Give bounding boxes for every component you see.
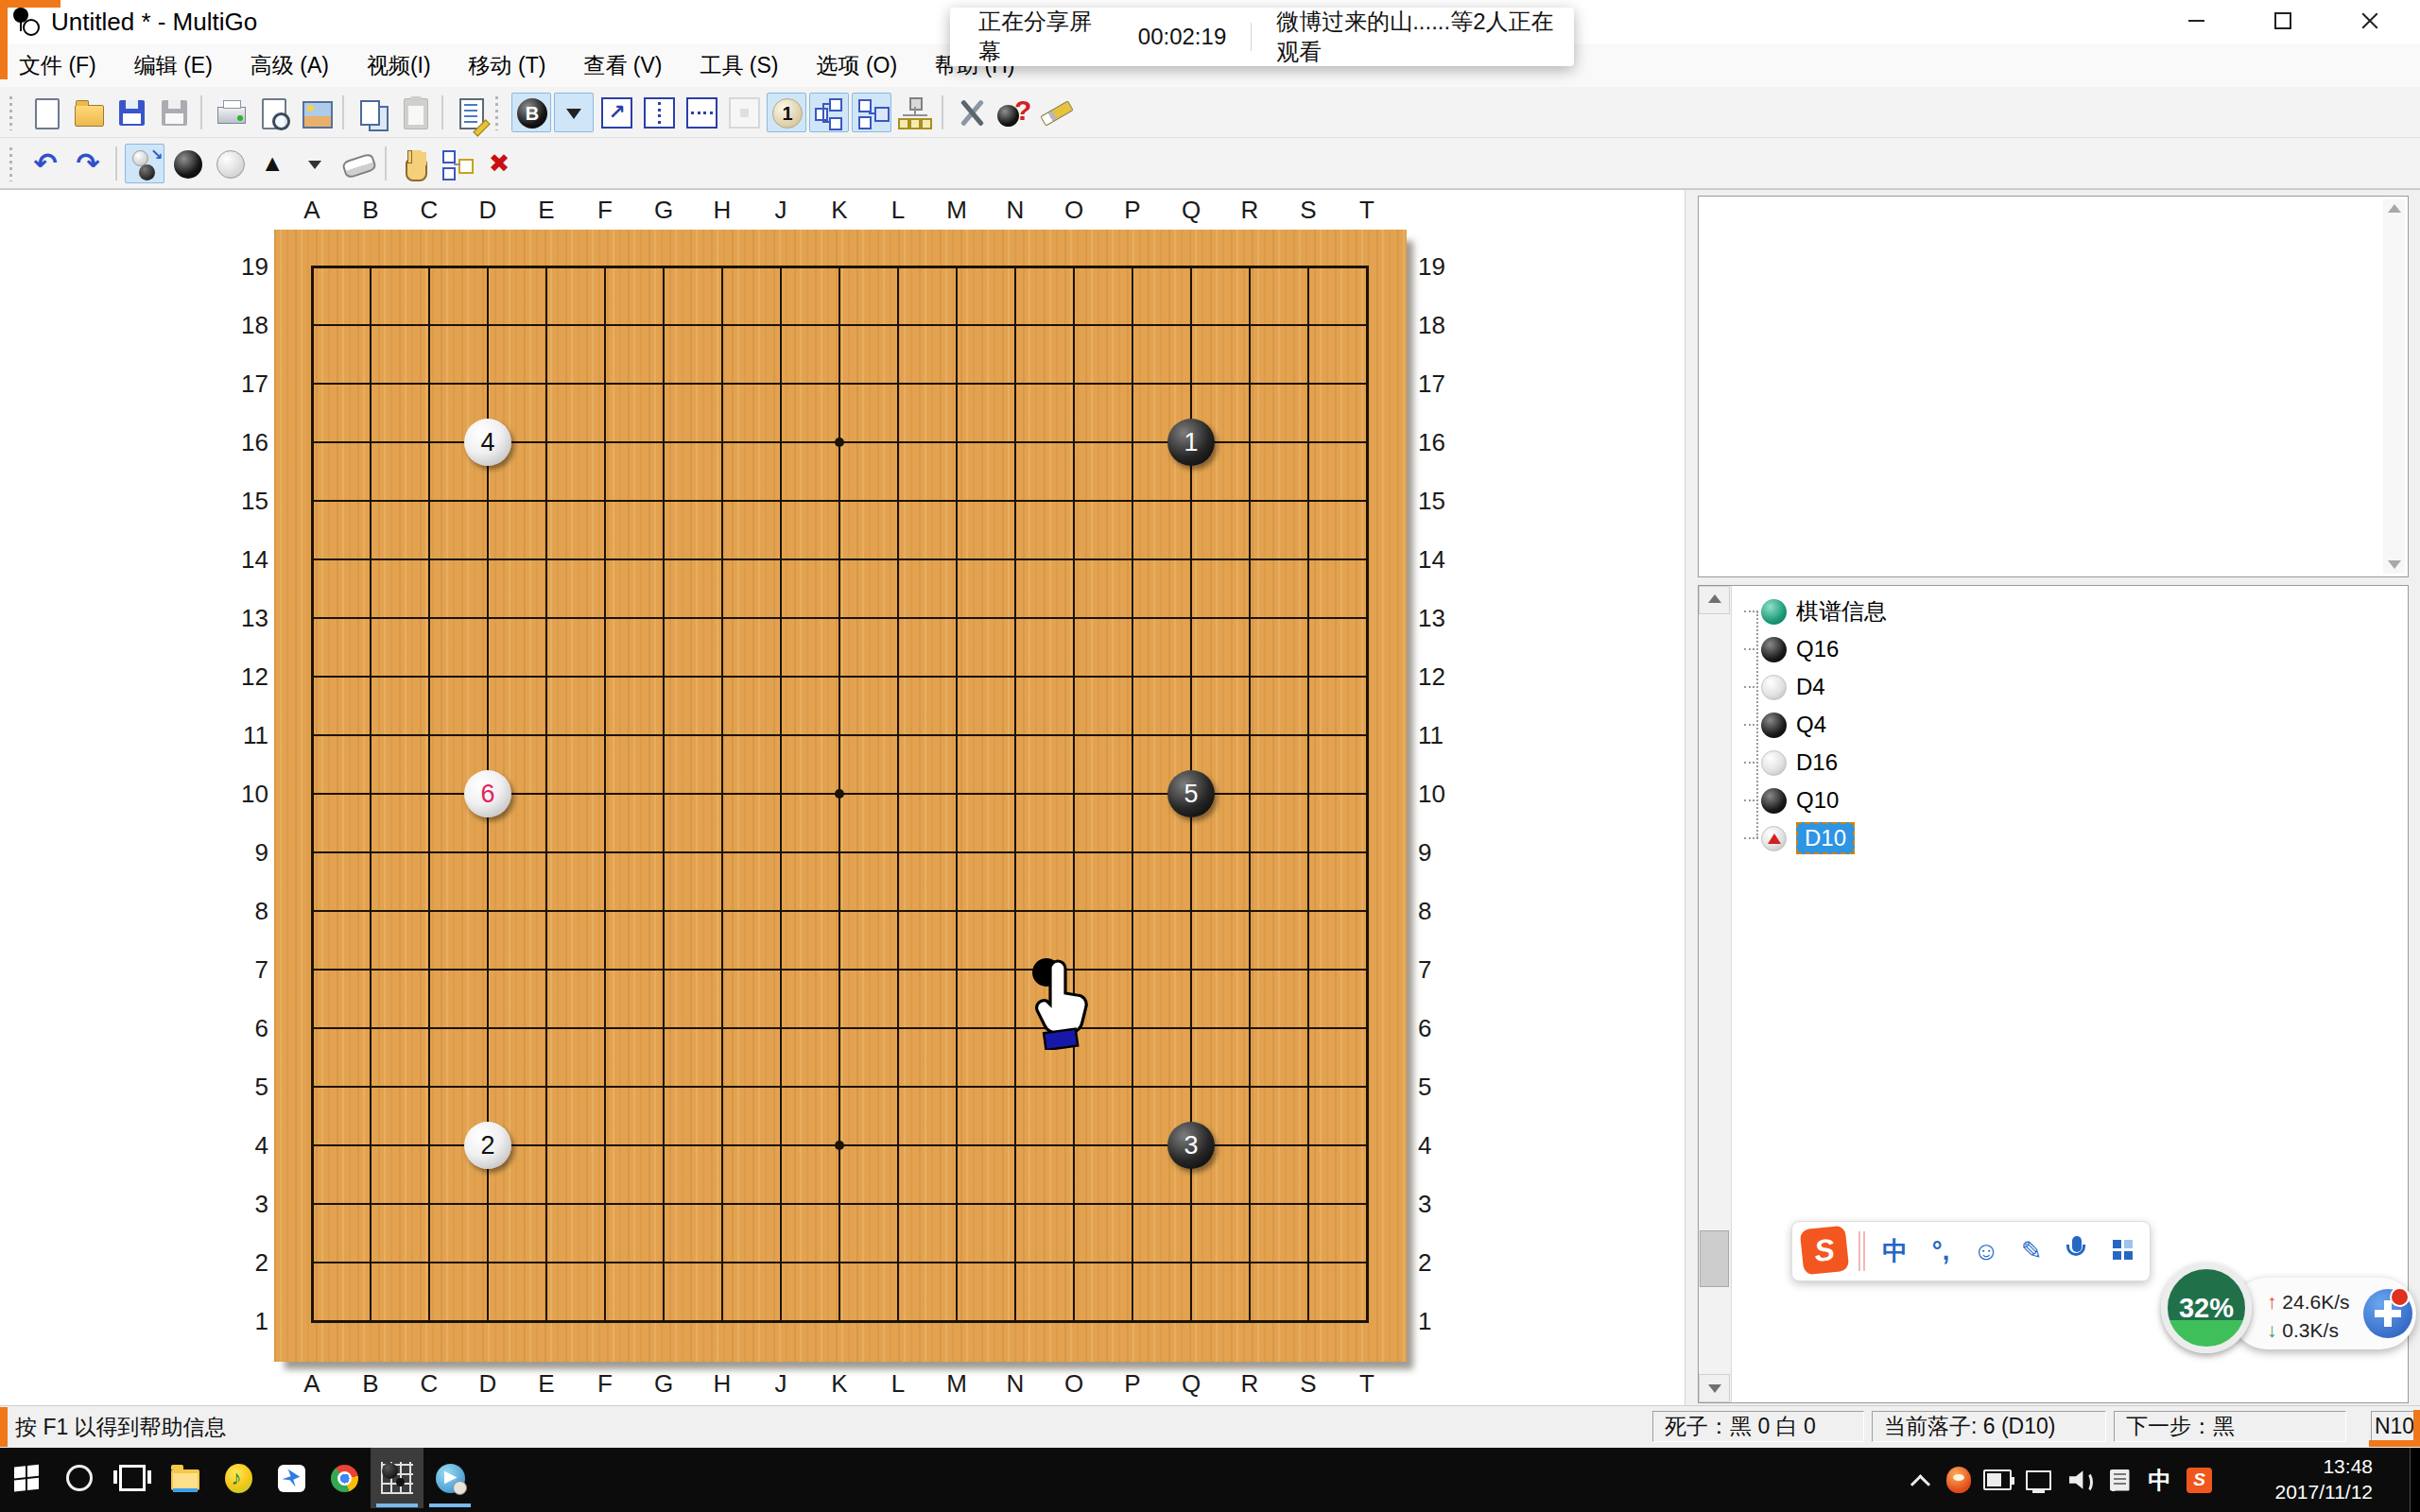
grid-line-h [311,1203,1369,1205]
coord-col-top: R [1231,194,1269,226]
coord-col-bottom: J [762,1367,800,1400]
coord-row-left: 11 [214,719,268,751]
share-frame-bottom-right [2369,1440,2420,1447]
tree-stub-icon [1744,610,1758,612]
mark-dropdown-button[interactable] [295,144,335,183]
taskbar-screen-share[interactable] [423,1448,476,1508]
play-color-dropdown-button[interactable] [554,93,594,132]
menu-advanced[interactable]: 高级 (A) [232,43,348,87]
toolbar-grip[interactable] [8,94,16,130]
toolbox-icon[interactable] [2104,1233,2140,1269]
coord-col-bottom: H [703,1367,741,1400]
delete-node-button[interactable]: ✖ [479,144,519,183]
screen: Untitled * - MultiGo 文件 (F)编辑 (E)高级 (A)视… [0,0,2420,1512]
coord-col-bottom: P [1114,1367,1151,1400]
toolbar-main: B↗1? [0,87,2420,138]
tree-stub-icon [1744,648,1758,650]
toolbar-separator [441,95,443,129]
coord-col-top: M [938,194,976,226]
copy-button[interactable] [352,93,391,132]
coord-row-right: 16 [1418,426,1473,458]
black-stone-icon [1761,713,1787,738]
coord-row-left: 18 [214,309,268,341]
coord-row-left: 13 [214,602,268,634]
menu-move[interactable]: 移动 (T) [450,43,565,87]
coord-col-bottom: D [469,1367,507,1400]
punctuation-icon[interactable]: °, [1923,1233,1959,1269]
place-white-stone-button[interactable] [210,144,250,183]
coord-col-bottom: E [527,1367,565,1400]
share-frame-right [2413,1410,2420,1447]
toolbar-grip[interactable] [8,146,16,181]
status-captures: 死子：黑 0 白 0 [1652,1411,1864,1442]
taskbar-clock[interactable]: 13:48 2017/11/12 [2221,1453,2373,1504]
show-desktop-button[interactable] [2410,1448,2420,1512]
black-stone-icon [1761,788,1787,814]
download-arrow-icon: ↓ [2267,1319,2277,1341]
coord-row-left: 1 [214,1305,268,1337]
sogou-input-bar: S 中°,☺✎ [1791,1221,2151,1281]
board-style-button[interactable] [1036,93,1076,132]
scroll-down-button[interactable] [1699,1374,1730,1402]
tree-node-label: Q4 [1796,712,1826,738]
coord-row-right: 7 [1418,954,1473,986]
battery-percent-badge[interactable]: 32% [2161,1263,2252,1353]
tree-node-Q16[interactable]: Q16 [1742,630,2406,668]
tree-node-D10[interactable]: D10 [1742,819,2406,857]
coord-row-left: 4 [214,1129,268,1161]
download-speed: ↓ 0.3K/s [2267,1319,2339,1342]
paste-button[interactable] [394,93,434,132]
black-to-play-button[interactable]: B [511,93,551,132]
show-game-tree-button[interactable] [809,93,849,132]
white-stone-icon [1761,675,1787,700]
toolbar-separator [342,95,344,129]
accelerator-icon[interactable] [2363,1289,2412,1338]
tree-node-label: D10 [1796,822,1855,854]
pan-board-button[interactable] [394,144,434,183]
game-info-button[interactable] [451,93,491,132]
coord-col-bottom: R [1231,1367,1269,1400]
handwriting-icon[interactable]: ✎ [2014,1233,2049,1269]
tree-scrollbar[interactable] [1699,586,1732,1402]
grid-line-v [956,266,958,1323]
coord-col-top: F [586,194,624,226]
coord-col-bottom: K [821,1367,858,1400]
clock-date: 2017/11/12 [2221,1479,2373,1504]
scroll-up-icon[interactable] [2388,204,2401,213]
new-file-button[interactable] [26,93,65,132]
coord-col-top: S [1289,194,1327,226]
emoji-icon[interactable]: ☺ [1968,1233,2004,1269]
coord-col-bottom: O [1055,1367,1093,1400]
minimize-button[interactable] [2165,0,2227,42]
tree-node-label: Q10 [1796,787,1839,814]
tree-stub-icon [1744,686,1758,688]
tools-button[interactable] [951,93,991,132]
splitter[interactable] [1685,190,1685,1406]
save-as-button[interactable] [153,93,193,132]
move-number: 4 [480,428,494,457]
grid-line-v [897,266,899,1323]
stone-D10[interactable]: 6 [464,770,511,817]
coord-row-right: 12 [1418,661,1473,693]
scroll-up-button[interactable] [1699,586,1730,614]
window-title: Untitled * - MultiGo [51,0,257,43]
upload-speed: ↑ 24.6K/s [2267,1291,2350,1314]
move-number: 6 [480,780,494,809]
tree-stub-icon [1744,762,1758,764]
coord-row-right: 11 [1418,719,1473,751]
tree-node-Q4[interactable]: Q4 [1742,706,2406,744]
maximize-button[interactable] [2252,0,2314,42]
stone-D4[interactable]: 2 [464,1122,511,1169]
coord-col-bottom: A [293,1367,331,1400]
coord-row-right: 19 [1418,250,1473,283]
tray-qq-icon[interactable] [1946,1467,1971,1493]
coord-col-bottom: S [1289,1367,1327,1400]
stone-D16[interactable]: 4 [464,419,511,466]
taskbar-multigo[interactable] [371,1448,423,1508]
coord-row-left: 14 [214,543,268,576]
comment-scrollbar[interactable] [2383,199,2405,574]
coord-col-top: P [1114,194,1151,226]
net-speed-widget: ↑ 24.6K/s ↓ 0.3K/s 32% [2161,1263,2420,1366]
status-bar: 按 F1 以得到帮助信息 死子：黑 0 白 0 当前落子: 6 (D10) 下一… [0,1405,2420,1449]
plain-board-button[interactable] [724,93,764,132]
status-next-player: 下一步：黑 [2114,1411,2346,1442]
coord-col-top: T [1348,194,1386,226]
tree-node-D4[interactable]: D4 [1742,668,2406,706]
coord-col-bottom: G [645,1367,683,1400]
coord-col-top: L [879,194,917,226]
share-timer: 00:02:19 [1138,24,1226,50]
upload-arrow-icon: ↑ [2267,1291,2277,1313]
undo-button[interactable]: ↶ [26,144,65,183]
coord-col-bottom: L [879,1367,917,1400]
share-frame-left [0,0,8,79]
coord-row-left: 2 [214,1246,268,1279]
share-viewers-text: 微博过来的山......等2人正在观看 [1276,7,1574,67]
insert-node-button[interactable] [437,144,476,183]
taskbar-qq-music[interactable] [212,1448,265,1508]
coord-row-right: 10 [1418,778,1473,810]
multigo-app-icon [11,7,42,37]
move-number: 5 [1184,780,1198,809]
coord-row-right: 3 [1418,1188,1473,1220]
drag-handle-icon[interactable] [1858,1231,1860,1271]
coord-row-right: 15 [1418,485,1473,517]
tree-node-label: 棋谱信息 [1796,596,1887,627]
tree-node-label: Q16 [1796,636,1839,662]
erase-button[interactable] [337,144,377,183]
star-point [835,1141,844,1150]
grid-line-h [311,1262,1369,1263]
screen-share-overlay: 正在分享屏幕 00:02:19 微博过来的山......等2人正在观看 [950,8,1574,66]
grid-line-v [1366,266,1369,1323]
coord-col-bottom: Q [1172,1367,1210,1400]
search-icon [66,1465,93,1491]
stone-Q10[interactable]: 5 [1167,770,1215,817]
tree-node-棋谱信息[interactable]: 棋谱信息 [1742,593,2406,630]
coord-row-left: 10 [214,778,268,810]
coord-row-left: 5 [214,1071,268,1103]
show-move-numbers-button[interactable]: 1 [767,93,806,132]
play-move-mode-button[interactable]: ↘ [125,144,164,183]
sogou-logo-icon[interactable]: S [1800,1226,1850,1276]
coord-row-left: 16 [214,426,268,458]
coord-col-top: H [703,194,741,226]
coord-row-left: 15 [214,485,268,517]
thunder-icon [278,1465,305,1492]
coord-row-right: 4 [1418,1129,1473,1161]
taskbar-start[interactable] [0,1448,53,1508]
root-stone-icon [1761,599,1787,625]
tray-sogou-icon[interactable]: S [2187,1468,2212,1493]
tree-node-Q10[interactable]: Q10 [1742,782,2406,819]
coord-row-left: 12 [214,661,268,693]
show-variation-marks-button[interactable] [639,93,679,132]
voice-input-icon[interactable] [2059,1233,2095,1269]
coord-col-top: N [996,194,1034,226]
coord-col-bottom: C [410,1367,448,1400]
toolbar-separator [942,95,943,129]
coord-col-top: O [1055,194,1093,226]
tray-network-icon[interactable] [2024,1466,2052,1494]
share-frame-top-left [0,0,60,8]
taskbar-search[interactable] [53,1448,106,1508]
menu-edit[interactable]: 编辑 (E) [115,43,232,87]
coord-col-bottom: N [996,1367,1034,1400]
grid-line-v [1014,266,1016,1323]
move-number: 2 [480,1131,494,1160]
print-preview-button[interactable] [252,93,292,132]
clock-time: 13:48 [2221,1453,2373,1479]
grid-line-h [311,969,1369,971]
coord-row-right: 9 [1418,836,1473,868]
tree-node-D16[interactable]: D16 [1742,744,2406,782]
status-help-text: 按 F1 以得到帮助信息 [15,1406,227,1449]
chrome-icon [331,1465,358,1492]
tree-stub-icon [1744,724,1758,726]
task-view-icon [119,1465,146,1491]
menu-file[interactable]: 文件 (F) [0,43,115,87]
cursor-hand-stone [1026,957,1096,1050]
grid-line-v [1132,266,1133,1323]
tray-ime-language-icon[interactable]: 中 [2146,1466,2174,1494]
context-help-button[interactable]: ? [994,93,1033,132]
toolbar-grip[interactable] [493,94,502,130]
coord-col-bottom: M [938,1367,976,1400]
menu-options[interactable]: 选项 (O) [798,43,917,87]
grid-line-v [1307,266,1309,1323]
move-number: 1 [1184,428,1198,457]
grid-line-h [311,1320,1369,1323]
coord-col-top: G [645,194,683,226]
toolbar-separator [385,146,387,180]
coord-row-right: 8 [1418,895,1473,927]
taskbar-thunder[interactable] [265,1448,318,1508]
tree-layout-button[interactable] [894,93,934,132]
tree-node-label: D4 [1796,674,1825,700]
coord-col-bottom: T [1348,1367,1386,1400]
grid-line-v [1249,266,1251,1323]
scroll-thumb[interactable] [1700,1230,1729,1287]
coord-col-top: C [410,194,448,226]
star-point [835,438,844,447]
show-sibling-marks-button[interactable] [682,93,721,132]
coord-col-top: A [293,194,331,226]
white-stone-icon [1761,750,1787,776]
scroll-down-icon[interactable] [2388,560,2401,569]
coord-row-right: 5 [1418,1071,1473,1103]
notification-dot [2390,1287,2410,1307]
tree-stub-icon [1744,837,1758,839]
close-button[interactable] [2339,0,2401,42]
coord-col-top: E [527,194,565,226]
save-file-button[interactable] [111,93,150,132]
toolbar-edit: ↶↷↘▲✖ [0,138,2420,189]
mark-triangle-button[interactable]: ▲ [252,144,292,183]
coord-row-right: 17 [1418,368,1473,400]
export-image-button[interactable] [295,93,335,132]
share-status-text: 正在分享屏幕 [978,7,1104,67]
coord-row-left: 19 [214,250,268,283]
coord-row-right: 2 [1418,1246,1473,1279]
coord-col-top: K [821,194,858,226]
grid-line-v [1073,266,1075,1323]
qq-music-icon [225,1464,252,1493]
taskbar-task-view[interactable] [106,1448,159,1508]
taskbar-file-explorer[interactable] [159,1448,212,1508]
coord-col-top: Q [1172,194,1210,226]
start-icon [14,1464,40,1492]
coord-col-bottom: B [352,1367,389,1400]
coord-row-left: 3 [214,1188,268,1220]
toolbar-separator [115,146,117,180]
coord-row-right: 1 [1418,1305,1473,1337]
coord-row-right: 18 [1418,309,1473,341]
board-pane: 123456 AABBCCDDEEFFGGHHJJKKLLMMNNOOPPQQR… [0,189,1685,1406]
tray-battery-icon[interactable] [1983,1466,2012,1494]
status-current-move: 当前落子: 6 (D10) [1872,1411,2106,1442]
star-point [835,789,844,799]
coord-col-bottom: F [586,1367,624,1400]
coord-row-right: 6 [1418,1012,1473,1044]
tray-tray-expand-icon[interactable] [1906,1466,1934,1494]
tray-volume-icon[interactable] [2065,1466,2093,1494]
comment-panel[interactable] [1698,196,2409,577]
print-button[interactable] [210,93,250,132]
grid-line-h [311,1086,1369,1088]
tray-notifications-icon[interactable] [2105,1466,2134,1494]
taskbar-chrome[interactable] [318,1448,371,1508]
menu-video[interactable]: 视频(I) [348,43,450,87]
screen-share-icon [436,1464,465,1493]
tree-stub-icon [1744,799,1758,801]
open-file-button[interactable] [68,93,108,132]
grid-line-h [311,1027,1369,1029]
taskbar: 中S 13:48 2017/11/12 [0,1448,2420,1512]
share-frame-bottom-left [0,1407,8,1447]
ime-chinese-icon[interactable]: 中 [1877,1233,1913,1269]
stone-Q4[interactable]: 3 [1167,1122,1215,1169]
place-black-stone-button[interactable] [167,144,207,183]
stone-Q16[interactable]: 1 [1167,419,1215,466]
coord-row-left: 9 [214,836,268,868]
multigo-icon [381,1462,413,1494]
coord-row-left: 17 [214,368,268,400]
tree-node-label: D16 [1796,749,1838,776]
coord-row-left: 8 [214,895,268,927]
file-explorer-icon [171,1469,199,1490]
white-current-stone-icon [1761,826,1787,851]
toolbar-separator [200,95,202,129]
grid-line-h [311,851,1369,853]
coord-row-left: 7 [214,954,268,986]
grid-line-h [311,910,1369,912]
coord-col-top: D [469,194,507,226]
overlay-divider [1251,23,1252,51]
coord-row-right: 13 [1418,602,1473,634]
jump-to-move-button[interactable]: ↗ [596,93,636,132]
go-board[interactable]: 123456 [274,230,1407,1362]
coord-col-top: J [762,194,800,226]
status-hover-coord: N10 [2371,1411,2418,1442]
move-number: 3 [1184,1131,1198,1160]
show-side-panel-button[interactable] [852,93,891,132]
black-stone-icon [1761,637,1787,662]
menu-view[interactable]: 查看 (V) [564,43,681,87]
coord-col-top: B [352,194,389,226]
menu-tools[interactable]: 工具 (S) [681,43,797,87]
coord-row-left: 6 [214,1012,268,1044]
redo-button[interactable]: ↷ [68,144,108,183]
coord-row-right: 14 [1418,543,1473,576]
